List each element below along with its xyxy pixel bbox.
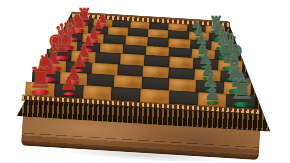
red-rook[interactable]: ♜ bbox=[28, 64, 53, 95]
green-pawn[interactable]: ♟ bbox=[204, 84, 221, 105]
board-squares bbox=[6, 0, 290, 9]
r-glyph: ♜ bbox=[28, 64, 53, 92]
square-a3[interactable] bbox=[83, 85, 112, 100]
p-glyph: ♟ bbox=[60, 75, 77, 94]
board-scene: ♜♟♟♜♞♟♟♞♝♟♟♝♛♟♟♛♚♟♟♚♝♟♟♝♞♟♟♞♜♟♟♜ bbox=[0, 0, 290, 163]
pieces-layer: ♜♟♟♜♞♟♟♞♝♟♟♝♛♟♟♛♚♟♟♚♝♟♟♝♞♟♟♞♜♟♟♜ bbox=[6, 0, 290, 9]
green-rook[interactable]: ♜ bbox=[229, 76, 254, 107]
chess-set-photo: ♜♟♟♜♞♟♟♞♝♟♟♝♛♟♟♛♚♟♟♚♝♟♟♝♞♟♟♞♜♟♟♜ bbox=[0, 0, 290, 163]
red-pawn[interactable]: ♟ bbox=[60, 75, 77, 96]
square-a5[interactable] bbox=[140, 89, 169, 104]
square-a4[interactable] bbox=[111, 87, 140, 102]
r-glyph: ♜ bbox=[229, 76, 254, 104]
square-a6[interactable] bbox=[169, 90, 198, 105]
p-glyph: ♟ bbox=[204, 84, 221, 103]
